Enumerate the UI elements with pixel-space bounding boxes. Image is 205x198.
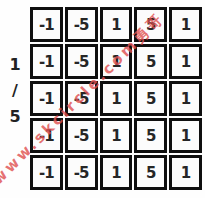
grid-cell-r4c3: 5 (134, 155, 167, 190)
grid-cell-r4c2: 1 (100, 155, 133, 190)
grid-cell-r3c2: 1 (100, 118, 133, 153)
grid-cell-r0c0: -1 (30, 7, 63, 42)
grid-cell-r4c1: -5 (65, 155, 98, 190)
grid-cell-r2c2: 1 (100, 81, 133, 116)
grid-cell-r3c1: -5 (65, 118, 98, 153)
grid-cell-r0c3: 5 (134, 7, 167, 42)
grid-cell-r1c2: 1 (100, 44, 133, 79)
grid-cell-r2c1: -5 (65, 81, 98, 116)
kernel-grid: -1 -5 1 5 1 -1 -5 1 5 1 -1 -5 1 5 1 -1 -… (30, 7, 202, 190)
fraction-numerator: 1 (5, 52, 25, 78)
grid-cell-r4c0: -1 (30, 155, 63, 190)
grid-cell-r1c1: -5 (65, 44, 98, 79)
grid-cell-r0c2: 1 (100, 7, 133, 42)
grid-cell-r3c3: 5 (134, 118, 167, 153)
fraction-slash: / (5, 78, 25, 104)
grid-cell-r0c1: -5 (65, 7, 98, 42)
fraction-multiplier: 1 / 5 (5, 52, 25, 130)
grid-cell-r1c4: 1 (169, 44, 202, 79)
kernel-diagram: 1 / 5 -1 -5 1 5 1 -1 -5 1 5 1 -1 -5 1 5 … (0, 0, 205, 198)
grid-cell-r3c0: -1 (30, 118, 63, 153)
grid-cell-r1c0: -1 (30, 44, 63, 79)
grid-cell-r4c4: 1 (169, 155, 202, 190)
grid-cell-r2c3: 5 (134, 81, 167, 116)
grid-cell-r2c0: -1 (30, 81, 63, 116)
fraction-denominator: 5 (5, 104, 25, 130)
grid-cell-r0c4: 1 (169, 7, 202, 42)
grid-cell-r3c4: 1 (169, 118, 202, 153)
grid-cell-r2c4: 1 (169, 81, 202, 116)
grid-cell-r1c3: 5 (134, 44, 167, 79)
